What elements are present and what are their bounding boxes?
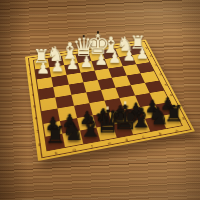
file-label: b <box>158 132 162 136</box>
file-label: h <box>54 151 58 155</box>
rank-label: 4 <box>159 74 163 77</box>
photo-frame: hgfedcba1122334455667788♜♞♝♛♚♝♞♜♟♟♟♟♟♟♟♟… <box>0 0 200 200</box>
scene: hgfedcba1122334455667788♜♞♝♛♚♝♞♜♟♟♟♟♟♟♟♟… <box>0 0 200 200</box>
piece-white-pawn[interactable]: ♟ <box>29 61 58 76</box>
rank-label: 3 <box>154 64 157 67</box>
rank-label: 5 <box>33 105 36 108</box>
file-label: d <box>125 138 129 142</box>
rank-label: 4 <box>32 94 35 97</box>
file-label: e <box>108 142 112 146</box>
file-label: f <box>91 145 94 149</box>
file-label: a <box>175 129 179 133</box>
rank-label: 5 <box>164 83 168 86</box>
file-label: c <box>142 135 146 139</box>
rank-label: 3 <box>30 83 33 86</box>
file-label: g <box>72 148 76 152</box>
piece-black-rook[interactable]: ♜ <box>38 123 73 147</box>
